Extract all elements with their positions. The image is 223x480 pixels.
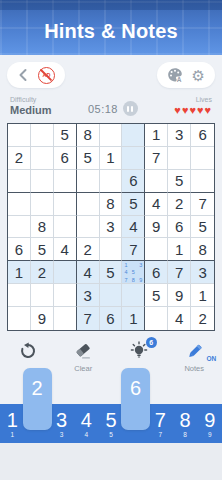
cell-r4c5[interactable]: 8 xyxy=(100,193,123,216)
cell-r3c6[interactable]: 6 xyxy=(122,170,145,193)
cell-r9c1[interactable] xyxy=(8,307,31,330)
cell-r8c5[interactable] xyxy=(100,284,123,307)
cell-r1c7[interactable]: 1 xyxy=(145,124,168,147)
numpad-key-5[interactable]: 55 xyxy=(99,404,124,443)
cell-r8c7[interactable]: 5 xyxy=(145,284,168,307)
notes-on-badge: ON xyxy=(207,355,217,362)
cell-r1c6[interactable] xyxy=(122,124,145,147)
cell-r5c5[interactable]: 3 xyxy=(100,216,123,239)
header-banner: Hints & Notes xyxy=(0,0,222,55)
timer-value: 05:18 xyxy=(88,103,118,115)
cell-r8c4[interactable]: 3 xyxy=(77,284,100,307)
cell-r3c7[interactable] xyxy=(145,170,168,193)
cell-r8c6[interactable] xyxy=(122,284,145,307)
cell-r3c2[interactable] xyxy=(31,170,54,193)
cell-r8c8[interactable]: 9 xyxy=(168,284,191,307)
bottom-background xyxy=(0,443,222,480)
notes-label: Notes xyxy=(184,364,204,373)
numpad-key-7[interactable]: 77 xyxy=(148,404,173,443)
cell-r7c1[interactable]: 1 xyxy=(8,261,31,284)
cell-r5c2[interactable]: 8 xyxy=(31,216,54,239)
cell-r7c2[interactable]: 2 xyxy=(31,261,54,284)
lives-hearts: ♥♥♥♥♥ xyxy=(174,104,212,116)
status-row: Difficulty Medium 05:18 Lives ♥♥♥♥♥ xyxy=(0,88,222,116)
sudoku-app-screen: Hints & Notes AD A ⚙ xyxy=(0,0,222,480)
cell-r4c8[interactable]: 2 xyxy=(168,193,191,216)
erase-button[interactable]: Clear xyxy=(56,341,112,373)
cell-r9c3[interactable] xyxy=(54,307,77,330)
sudoku-board: 5813626517658542783496565427181245134578… xyxy=(7,123,215,331)
cell-r6c5[interactable] xyxy=(100,238,123,261)
cell-r9c7[interactable] xyxy=(145,307,168,330)
cell-r2c9[interactable] xyxy=(191,147,214,170)
cell-r4c4[interactable] xyxy=(77,193,100,216)
cell-r8c1[interactable] xyxy=(8,284,31,307)
cell-r1c4[interactable]: 8 xyxy=(77,124,100,147)
numpad-key-4[interactable]: 44 xyxy=(74,404,99,443)
cell-r9c6[interactable]: 1 xyxy=(122,307,145,330)
pencil-notes-grid: 1345789 xyxy=(122,261,144,283)
cell-r2c7[interactable]: 7 xyxy=(145,147,168,170)
cell-r5c1[interactable] xyxy=(8,216,31,239)
cell-r9c8[interactable]: 4 xyxy=(168,307,191,330)
cell-r6c9[interactable]: 8 xyxy=(191,238,214,261)
numpad-key-9[interactable]: 99 xyxy=(197,404,222,443)
cell-r3c4[interactable] xyxy=(77,170,100,193)
timer-block: 05:18 xyxy=(88,101,138,116)
lives-label: Lives xyxy=(196,96,212,103)
numpad-raised-key-2[interactable]: 2 xyxy=(23,368,52,430)
cell-r8c2[interactable] xyxy=(31,284,54,307)
svg-text:A: A xyxy=(176,76,181,83)
notes-toggle-button[interactable]: ON Notes xyxy=(167,341,223,373)
cell-r7c5[interactable]: 5 xyxy=(100,261,123,284)
cell-r1c1[interactable] xyxy=(8,124,31,147)
cell-r1c9[interactable]: 6 xyxy=(191,124,214,147)
cell-r1c5[interactable] xyxy=(100,124,123,147)
numpad-key-3[interactable]: 33 xyxy=(49,404,74,443)
cell-r1c8[interactable]: 3 xyxy=(168,124,191,147)
cell-r2c1[interactable]: 2 xyxy=(8,147,31,170)
cell-r3c3[interactable] xyxy=(54,170,77,193)
cell-r6c1[interactable]: 6 xyxy=(8,238,31,261)
cell-r5c8[interactable]: 6 xyxy=(168,216,191,239)
cell-r3c1[interactable] xyxy=(8,170,31,193)
cell-r7c6[interactable]: 1345789 xyxy=(122,261,145,284)
cell-r4c1[interactable] xyxy=(8,193,31,216)
cell-r5c6[interactable]: 4 xyxy=(122,216,145,239)
no-ads-icon[interactable]: AD xyxy=(38,67,55,84)
cell-r8c3[interactable] xyxy=(54,284,77,307)
cell-r8c9[interactable]: 1 xyxy=(191,284,214,307)
undo-icon xyxy=(19,342,37,360)
cell-r1c3[interactable]: 5 xyxy=(54,124,77,147)
cell-r7c8[interactable]: 7 xyxy=(168,261,191,284)
theme-palette-button[interactable]: A xyxy=(167,67,183,83)
hint-count-badge: 6 xyxy=(146,337,157,348)
cell-r3c5[interactable] xyxy=(100,170,123,193)
eraser-icon xyxy=(73,341,93,361)
cell-r1c2[interactable] xyxy=(31,124,54,147)
cell-r4c2[interactable] xyxy=(31,193,54,216)
page-title: Hints & Notes xyxy=(44,20,178,43)
cell-r7c3[interactable] xyxy=(54,261,77,284)
toolbar-right-pill: A ⚙ xyxy=(157,62,215,88)
cell-r2c3[interactable]: 6 xyxy=(54,147,77,170)
cell-r9c4[interactable]: 7 xyxy=(77,307,100,330)
cell-r5c9[interactable]: 5 xyxy=(191,216,214,239)
difficulty-label: Difficulty xyxy=(10,96,52,103)
toolbar: AD A ⚙ xyxy=(0,55,222,88)
cell-r2c4[interactable]: 5 xyxy=(77,147,100,170)
cell-r4c3[interactable] xyxy=(54,193,77,216)
cell-r5c4[interactable] xyxy=(77,216,100,239)
cell-r9c5[interactable]: 6 xyxy=(100,307,123,330)
cell-r9c9[interactable]: 2 xyxy=(191,307,214,330)
cell-r2c5[interactable]: 1 xyxy=(100,147,123,170)
numpad-key-1[interactable]: 11 xyxy=(0,404,25,443)
cell-r2c6[interactable] xyxy=(122,147,145,170)
pause-button[interactable] xyxy=(123,101,138,116)
erase-label: Clear xyxy=(74,364,92,373)
cell-r3c8[interactable]: 5 xyxy=(168,170,191,193)
cell-r6c8[interactable]: 1 xyxy=(168,238,191,261)
cell-r6c7[interactable] xyxy=(145,238,168,261)
cell-r5c7[interactable]: 9 xyxy=(145,216,168,239)
cell-r2c2[interactable] xyxy=(31,147,54,170)
cell-r4c9[interactable]: 7 xyxy=(191,193,214,216)
palette-icon: A xyxy=(167,67,183,83)
cell-r6c3[interactable]: 4 xyxy=(54,238,77,261)
difficulty-value: Medium xyxy=(10,104,52,116)
cell-r6c6[interactable]: 7 xyxy=(122,238,145,261)
cell-r6c2[interactable]: 5 xyxy=(31,238,54,261)
cell-r4c6[interactable]: 5 xyxy=(122,193,145,216)
numpad-raised-key-6[interactable]: 6 xyxy=(121,368,150,430)
toolbar-left-pill: AD xyxy=(7,62,65,88)
cell-r7c4[interactable]: 4 xyxy=(77,261,100,284)
cell-r3c9[interactable] xyxy=(191,170,214,193)
difficulty-block: Difficulty Medium xyxy=(10,96,52,116)
chevron-left-icon xyxy=(17,68,29,82)
notes-pencil-icon xyxy=(184,341,204,361)
back-button[interactable] xyxy=(17,68,29,82)
numpad-key-8[interactable]: 88 xyxy=(173,404,198,443)
cell-r6c4[interactable]: 2 xyxy=(77,238,100,261)
cell-r2c8[interactable] xyxy=(168,147,191,170)
settings-gear-icon[interactable]: ⚙ xyxy=(192,68,205,83)
cell-r4c7[interactable]: 4 xyxy=(145,193,168,216)
cell-r9c2[interactable]: 9 xyxy=(31,307,54,330)
cell-r7c7[interactable]: 6 xyxy=(145,261,168,284)
cell-r7c9[interactable]: 3 xyxy=(191,261,214,284)
cell-r5c3[interactable] xyxy=(54,216,77,239)
lives-block: Lives ♥♥♥♥♥ xyxy=(174,96,212,116)
